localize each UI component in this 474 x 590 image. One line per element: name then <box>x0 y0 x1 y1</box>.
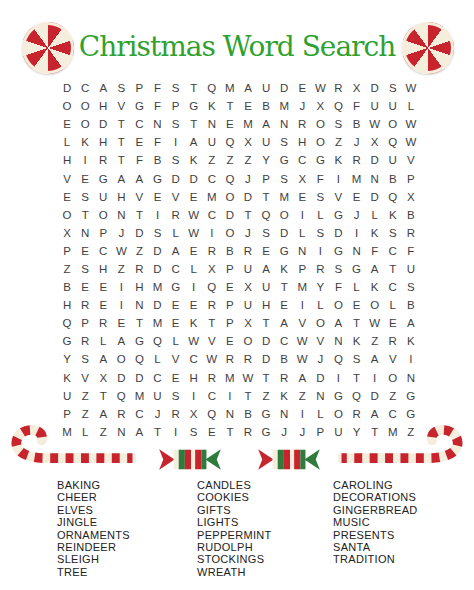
grid-cell[interactable]: A <box>366 350 384 368</box>
grid-cell[interactable]: H <box>257 296 275 314</box>
grid-cell[interactable]: X <box>239 278 257 296</box>
grid-cell[interactable]: O <box>384 369 402 387</box>
grid-cell[interactable]: T <box>384 260 402 278</box>
grid-cell[interactable]: C <box>185 350 203 368</box>
grid-cell[interactable]: A <box>257 115 275 133</box>
grid-cell[interactable]: E <box>94 296 112 314</box>
grid-cell[interactable]: O <box>311 133 329 151</box>
grid-cell[interactable]: G <box>348 260 366 278</box>
grid-cell[interactable]: J <box>148 405 166 423</box>
grid-cell[interactable]: E <box>76 169 94 187</box>
grid-cell[interactable]: U <box>366 97 384 115</box>
grid-cell[interactable]: A <box>329 314 347 332</box>
grid-cell[interactable]: J <box>239 224 257 242</box>
grid-cell[interactable]: U <box>257 278 275 296</box>
grid-cell[interactable]: E <box>58 115 76 133</box>
grid-cell[interactable]: U <box>384 151 402 169</box>
grid-cell[interactable]: Z <box>203 151 221 169</box>
grid-cell[interactable]: E <box>221 332 239 350</box>
grid-cell[interactable]: D <box>112 369 130 387</box>
grid-cell[interactable]: R <box>167 405 185 423</box>
grid-cell[interactable]: P <box>130 79 148 97</box>
grid-cell[interactable]: Y <box>311 278 329 296</box>
grid-cell[interactable]: W <box>402 133 420 151</box>
grid-cell[interactable]: C <box>384 278 402 296</box>
grid-cell[interactable]: N <box>148 115 166 133</box>
grid-cell[interactable]: H <box>94 97 112 115</box>
grid-cell[interactable]: J <box>293 97 311 115</box>
grid-cell[interactable]: Z <box>130 242 148 260</box>
grid-cell[interactable]: C <box>275 332 293 350</box>
grid-cell[interactable]: T <box>257 188 275 206</box>
grid-cell[interactable]: X <box>58 224 76 242</box>
grid-cell[interactable]: R <box>402 224 420 242</box>
grid-cell[interactable]: B <box>58 278 76 296</box>
grid-cell[interactable]: F <box>148 133 166 151</box>
grid-cell[interactable]: Y <box>257 151 275 169</box>
grid-cell[interactable]: O <box>311 314 329 332</box>
grid-cell[interactable]: T <box>239 206 257 224</box>
grid-cell[interactable]: H <box>94 260 112 278</box>
grid-cell[interactable]: A <box>112 169 130 187</box>
grid-cell[interactable]: S <box>257 224 275 242</box>
grid-cell[interactable]: T <box>257 314 275 332</box>
grid-cell[interactable]: D <box>366 188 384 206</box>
grid-cell[interactable]: S <box>167 387 185 405</box>
grid-cell[interactable]: I <box>329 369 347 387</box>
grid-cell[interactable]: M <box>293 278 311 296</box>
grid-cell[interactable]: N <box>275 115 293 133</box>
grid-cell[interactable]: G <box>185 97 203 115</box>
grid-cell[interactable]: M <box>203 188 221 206</box>
grid-cell[interactable]: C <box>293 151 311 169</box>
grid-cell[interactable]: V <box>402 151 420 169</box>
grid-cell[interactable]: C <box>130 115 148 133</box>
grid-cell[interactable]: Q <box>130 350 148 368</box>
grid-cell[interactable]: C <box>384 242 402 260</box>
grid-cell[interactable]: U <box>402 260 420 278</box>
grid-cell[interactable]: A <box>94 350 112 368</box>
grid-cell[interactable]: X <box>239 133 257 151</box>
grid-cell[interactable]: H <box>58 296 76 314</box>
grid-cell[interactable]: K <box>275 387 293 405</box>
grid-cell[interactable]: D <box>94 115 112 133</box>
grid-cell[interactable]: E <box>167 369 185 387</box>
grid-cell[interactable]: S <box>148 224 166 242</box>
grid-cell[interactable]: S <box>311 224 329 242</box>
grid-cell[interactable]: I <box>185 387 203 405</box>
grid-cell[interactable]: Z <box>58 260 76 278</box>
grid-cell[interactable]: E <box>293 188 311 206</box>
grid-cell[interactable]: S <box>167 115 185 133</box>
grid-cell[interactable]: Q <box>221 169 239 187</box>
grid-cell[interactable]: S <box>275 133 293 151</box>
grid-cell[interactable]: W <box>402 115 420 133</box>
grid-cell[interactable]: B <box>402 296 420 314</box>
grid-cell[interactable]: S <box>112 79 130 97</box>
grid-cell[interactable]: Q <box>329 97 347 115</box>
grid-cell[interactable]: E <box>221 278 239 296</box>
grid-cell[interactable]: C <box>203 169 221 187</box>
grid-cell[interactable]: L <box>311 405 329 423</box>
grid-cell[interactable]: E <box>203 423 221 441</box>
grid-cell[interactable]: M <box>275 188 293 206</box>
grid-cell[interactable]: B <box>275 350 293 368</box>
grid-cell[interactable]: J <box>112 224 130 242</box>
grid-cell[interactable]: E <box>293 79 311 97</box>
grid-cell[interactable]: W <box>239 369 257 387</box>
grid-cell[interactable]: S <box>275 169 293 187</box>
grid-cell[interactable]: N <box>348 242 366 260</box>
grid-cell[interactable]: A <box>239 79 257 97</box>
grid-cell[interactable]: D <box>329 224 347 242</box>
grid-cell[interactable]: X <box>239 314 257 332</box>
grid-cell[interactable]: S <box>76 260 94 278</box>
grid-cell[interactable]: N <box>293 242 311 260</box>
grid-cell[interactable]: A <box>402 314 420 332</box>
grid-cell[interactable]: A <box>185 133 203 151</box>
grid-cell[interactable]: M <box>130 387 148 405</box>
grid-cell[interactable]: Q <box>112 387 130 405</box>
grid-cell[interactable]: O <box>112 350 130 368</box>
grid-cell[interactable]: Q <box>148 332 166 350</box>
grid-cell[interactable]: M <box>148 314 166 332</box>
grid-cell[interactable]: Q <box>384 133 402 151</box>
grid-cell[interactable]: K <box>366 278 384 296</box>
grid-cell[interactable]: D <box>167 169 185 187</box>
grid-cell[interactable]: E <box>185 296 203 314</box>
grid-cell[interactable]: R <box>239 350 257 368</box>
grid-cell[interactable]: S <box>348 350 366 368</box>
grid-cell[interactable]: V <box>384 350 402 368</box>
grid-cell[interactable]: E <box>239 97 257 115</box>
grid-cell[interactable]: Y <box>58 350 76 368</box>
grid-cell[interactable]: K <box>402 332 420 350</box>
grid-cell[interactable]: W <box>203 350 221 368</box>
grid-cell[interactable]: W <box>185 206 203 224</box>
grid-cell[interactable]: S <box>329 260 347 278</box>
grid-cell[interactable]: C <box>167 260 185 278</box>
grid-cell[interactable]: T <box>148 423 166 441</box>
grid-cell[interactable]: P <box>221 314 239 332</box>
grid-cell[interactable]: Q <box>221 133 239 151</box>
grid-cell[interactable]: D <box>58 79 76 97</box>
grid-cell[interactable]: V <box>329 188 347 206</box>
grid-cell[interactable]: J <box>293 423 311 441</box>
grid-cell[interactable]: O <box>76 97 94 115</box>
grid-cell[interactable]: K <box>329 151 347 169</box>
grid-cell[interactable]: R <box>239 242 257 260</box>
grid-cell[interactable]: R <box>239 423 257 441</box>
grid-cell[interactable]: X <box>402 188 420 206</box>
grid-cell[interactable]: Z <box>112 260 130 278</box>
grid-cell[interactable]: J <box>275 423 293 441</box>
grid-cell[interactable]: P <box>94 224 112 242</box>
grid-cell[interactable]: G <box>167 278 185 296</box>
grid-cell[interactable]: X <box>185 405 203 423</box>
grid-cell[interactable]: A <box>293 369 311 387</box>
grid-cell[interactable]: T <box>112 133 130 151</box>
grid-cell[interactable]: Z <box>384 387 402 405</box>
grid-cell[interactable]: S <box>311 188 329 206</box>
grid-cell[interactable]: O <box>275 206 293 224</box>
grid-cell[interactable]: B <box>348 115 366 133</box>
grid-cell[interactable]: B <box>402 206 420 224</box>
grid-cell[interactable]: H <box>293 133 311 151</box>
grid-cell[interactable]: K <box>203 97 221 115</box>
grid-cell[interactable]: Q <box>257 206 275 224</box>
grid-cell[interactable]: E <box>167 314 185 332</box>
grid-cell[interactable]: S <box>76 350 94 368</box>
grid-cell[interactable]: V <box>167 350 185 368</box>
grid-cell[interactable]: O <box>58 206 76 224</box>
grid-cell[interactable]: M <box>221 79 239 97</box>
grid-cell[interactable]: E <box>384 314 402 332</box>
grid-cell[interactable]: W <box>366 314 384 332</box>
grid-cell[interactable]: N <box>402 369 420 387</box>
grid-cell[interactable]: U <box>58 387 76 405</box>
grid-cell[interactable]: E <box>94 278 112 296</box>
grid-cell[interactable]: X <box>203 260 221 278</box>
grid-cell[interactable]: N <box>311 387 329 405</box>
grid-cell[interactable]: L <box>293 224 311 242</box>
grid-cell[interactable]: P <box>402 169 420 187</box>
grid-cell[interactable]: F <box>148 97 166 115</box>
grid-cell[interactable]: Q <box>348 387 366 405</box>
grid-cell[interactable]: R <box>203 369 221 387</box>
grid-cell[interactable]: W <box>185 332 203 350</box>
grid-cell[interactable]: I <box>112 278 130 296</box>
grid-cell[interactable]: K <box>275 260 293 278</box>
grid-cell[interactable]: L <box>311 206 329 224</box>
grid-cell[interactable]: L <box>384 296 402 314</box>
grid-cell[interactable]: E <box>348 296 366 314</box>
grid-cell[interactable]: S <box>167 151 185 169</box>
grid-cell[interactable]: H <box>58 151 76 169</box>
grid-cell[interactable]: A <box>366 260 384 278</box>
grid-cell[interactable]: P <box>76 314 94 332</box>
grid-cell[interactable]: D <box>185 169 203 187</box>
grid-cell[interactable]: K <box>185 314 203 332</box>
grid-cell[interactable]: B <box>221 242 239 260</box>
grid-cell[interactable]: E <box>148 188 166 206</box>
grid-cell[interactable]: D <box>257 350 275 368</box>
grid-cell[interactable]: E <box>58 188 76 206</box>
grid-cell[interactable]: D <box>366 79 384 97</box>
grid-cell[interactable]: G <box>402 387 420 405</box>
grid-cell[interactable]: O <box>384 115 402 133</box>
grid-cell[interactable]: T <box>203 314 221 332</box>
grid-cell[interactable]: L <box>348 278 366 296</box>
grid-cell[interactable]: O <box>221 224 239 242</box>
grid-cell[interactable]: O <box>221 188 239 206</box>
grid-cell[interactable]: U <box>203 133 221 151</box>
grid-cell[interactable]: P <box>221 260 239 278</box>
grid-cell[interactable]: L <box>402 97 420 115</box>
grid-cell[interactable]: D <box>257 332 275 350</box>
grid-cell[interactable]: S <box>384 224 402 242</box>
grid-cell[interactable]: E <box>275 296 293 314</box>
grid-cell[interactable]: G <box>257 423 275 441</box>
grid-cell[interactable]: O <box>94 206 112 224</box>
grid-cell[interactable]: T <box>348 314 366 332</box>
grid-cell[interactable]: E <box>130 133 148 151</box>
grid-cell[interactable]: R <box>203 296 221 314</box>
grid-cell[interactable]: Q <box>58 314 76 332</box>
grid-cell[interactable]: I <box>311 242 329 260</box>
grid-cell[interactable]: A <box>94 79 112 97</box>
grid-cell[interactable]: K <box>185 151 203 169</box>
grid-cell[interactable]: R <box>311 260 329 278</box>
grid-cell[interactable]: E <box>221 115 239 133</box>
grid-cell[interactable]: E <box>185 242 203 260</box>
grid-cell[interactable]: T <box>130 206 148 224</box>
grid-cell[interactable]: G <box>329 206 347 224</box>
grid-cell[interactable]: K <box>76 133 94 151</box>
grid-cell[interactable]: X <box>348 79 366 97</box>
grid-cell[interactable]: G <box>58 332 76 350</box>
grid-cell[interactable]: I <box>348 224 366 242</box>
grid-cell[interactable]: S <box>76 188 94 206</box>
grid-cell[interactable]: G <box>130 332 148 350</box>
grid-cell[interactable]: G <box>329 242 347 260</box>
grid-cell[interactable]: O <box>366 296 384 314</box>
grid-cell[interactable]: J <box>239 169 257 187</box>
grid-cell[interactable]: F <box>130 151 148 169</box>
grid-cell[interactable]: I <box>112 296 130 314</box>
grid-cell[interactable]: K <box>348 332 366 350</box>
grid-cell[interactable]: A <box>112 332 130 350</box>
grid-cell[interactable]: N <box>76 224 94 242</box>
grid-cell[interactable]: F <box>329 278 347 296</box>
grid-cell[interactable]: M <box>239 115 257 133</box>
grid-cell[interactable]: R <box>348 151 366 169</box>
grid-cell[interactable]: G <box>329 387 347 405</box>
grid-cell[interactable]: F <box>402 242 420 260</box>
grid-cell[interactable]: A <box>257 260 275 278</box>
grid-cell[interactable]: W <box>293 332 311 350</box>
grid-cell[interactable]: D <box>221 206 239 224</box>
grid-cell[interactable]: D <box>311 369 329 387</box>
grid-cell[interactable]: T <box>239 387 257 405</box>
grid-cell[interactable]: N <box>275 405 293 423</box>
grid-cell[interactable]: L <box>167 332 185 350</box>
grid-cell[interactable]: X <box>311 97 329 115</box>
grid-cell[interactable]: M <box>348 169 366 187</box>
grid-cell[interactable]: I <box>167 133 185 151</box>
grid-cell[interactable]: D <box>130 369 148 387</box>
grid-cell[interactable]: N <box>366 169 384 187</box>
grid-cell[interactable]: U <box>94 188 112 206</box>
grid-cell[interactable]: S <box>329 115 347 133</box>
grid-cell[interactable]: R <box>384 332 402 350</box>
grid-cell[interactable]: T <box>185 79 203 97</box>
grid-cell[interactable]: J <box>348 206 366 224</box>
grid-cell[interactable]: B <box>384 169 402 187</box>
grid-cell[interactable]: E <box>185 188 203 206</box>
grid-cell[interactable]: S <box>384 79 402 97</box>
grid-cell[interactable]: B <box>239 405 257 423</box>
grid-cell[interactable]: I <box>203 224 221 242</box>
grid-cell[interactable]: Q <box>203 79 221 97</box>
grid-cell[interactable]: F <box>348 97 366 115</box>
grid-cell[interactable]: P <box>58 242 76 260</box>
grid-cell[interactable]: T <box>94 387 112 405</box>
grid-cell[interactable]: E <box>167 296 185 314</box>
grid-cell[interactable]: B <box>257 97 275 115</box>
grid-cell[interactable]: R <box>203 242 221 260</box>
grid-cell[interactable]: T <box>221 97 239 115</box>
grid-cell[interactable]: U <box>239 260 257 278</box>
grid-cell[interactable]: U <box>257 79 275 97</box>
grid-cell[interactable]: T <box>348 369 366 387</box>
grid-cell[interactable]: R <box>221 350 239 368</box>
grid-cell[interactable]: L <box>94 332 112 350</box>
grid-cell[interactable]: W <box>402 79 420 97</box>
grid-cell[interactable]: D <box>148 242 166 260</box>
grid-cell[interactable]: C <box>203 206 221 224</box>
grid-cell[interactable]: V <box>130 188 148 206</box>
grid-cell[interactable]: J <box>348 133 366 151</box>
grid-cell[interactable]: P <box>221 296 239 314</box>
grid-cell[interactable]: W <box>311 79 329 97</box>
grid-cell[interactable]: R <box>76 332 94 350</box>
grid-cell[interactable]: A <box>130 169 148 187</box>
grid-cell[interactable]: K <box>58 369 76 387</box>
grid-cell[interactable]: I <box>185 278 203 296</box>
grid-cell[interactable]: O <box>76 115 94 133</box>
grid-cell[interactable]: Q <box>329 350 347 368</box>
grid-cell[interactable]: E <box>76 242 94 260</box>
grid-cell[interactable]: D <box>239 188 257 206</box>
grid-cell[interactable]: N <box>221 405 239 423</box>
grid-cell[interactable]: V <box>203 332 221 350</box>
grid-cell[interactable]: C <box>148 369 166 387</box>
grid-cell[interactable]: L <box>58 133 76 151</box>
grid-cell[interactable]: Z <box>239 151 257 169</box>
grid-cell[interactable]: O <box>311 115 329 133</box>
grid-cell[interactable]: D <box>148 296 166 314</box>
grid-cell[interactable]: F <box>366 242 384 260</box>
grid-cell[interactable]: R <box>167 206 185 224</box>
grid-cell[interactable]: N <box>329 332 347 350</box>
grid-cell[interactable]: I <box>221 387 239 405</box>
grid-cell[interactable]: O <box>239 332 257 350</box>
grid-cell[interactable]: H <box>130 278 148 296</box>
grid-cell[interactable]: D <box>366 151 384 169</box>
grid-cell[interactable]: Z <box>366 332 384 350</box>
grid-cell[interactable]: I <box>293 405 311 423</box>
grid-cell[interactable]: G <box>275 151 293 169</box>
grid-cell[interactable]: R <box>329 79 347 97</box>
grid-cell[interactable]: C <box>76 79 94 97</box>
grid-cell[interactable]: T <box>221 423 239 441</box>
grid-cell[interactable]: Q <box>384 188 402 206</box>
grid-cell[interactable]: B <box>148 151 166 169</box>
grid-cell[interactable]: W <box>366 115 384 133</box>
grid-cell[interactable]: F <box>148 79 166 97</box>
grid-cell[interactable]: Q <box>203 405 221 423</box>
grid-cell[interactable]: M <box>148 278 166 296</box>
grid-cell[interactable]: I <box>293 206 311 224</box>
grid-cell[interactable]: I <box>76 151 94 169</box>
grid-cell[interactable]: G <box>257 405 275 423</box>
grid-cell[interactable]: D <box>130 224 148 242</box>
grid-cell[interactable]: L <box>167 224 185 242</box>
grid-cell[interactable]: X <box>94 369 112 387</box>
grid-cell[interactable]: R <box>94 151 112 169</box>
grid-cell[interactable]: E <box>257 242 275 260</box>
